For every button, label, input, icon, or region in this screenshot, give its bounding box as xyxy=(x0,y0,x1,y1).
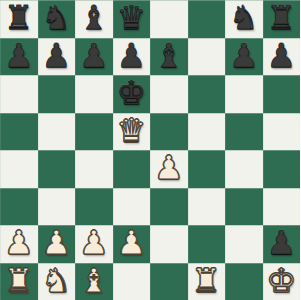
square-a5[interactable] xyxy=(0,113,38,151)
white-queen-piece[interactable]: ♛ xyxy=(116,114,146,147)
square-f4[interactable] xyxy=(188,150,226,188)
square-e5[interactable] xyxy=(150,113,188,151)
square-b3[interactable] xyxy=(38,188,76,226)
black-bishop-piece[interactable]: ♝ xyxy=(79,1,109,34)
chess-board: ♜♞♝♛♞♜♟♟♟♟♝♟♟♚♛♟♟♟♟♟♟♜♞♝♜♚ xyxy=(0,0,300,300)
white-pawn-piece[interactable]: ♟ xyxy=(79,226,109,259)
square-h2[interactable]: ♟ xyxy=(263,225,301,263)
square-a8[interactable]: ♜ xyxy=(0,0,38,38)
square-c2[interactable]: ♟ xyxy=(75,225,113,263)
square-b1[interactable]: ♞ xyxy=(38,263,76,300)
square-d6[interactable]: ♚ xyxy=(113,75,151,113)
black-pawn-piece[interactable]: ♟ xyxy=(266,39,296,72)
square-a4[interactable] xyxy=(0,150,38,188)
black-knight-piece[interactable]: ♞ xyxy=(41,1,71,34)
square-d2[interactable]: ♟ xyxy=(113,225,151,263)
black-pawn-piece[interactable]: ♟ xyxy=(229,39,259,72)
square-b7[interactable]: ♟ xyxy=(38,38,76,76)
square-f3[interactable] xyxy=(188,188,226,226)
square-e3[interactable] xyxy=(150,188,188,226)
square-c3[interactable] xyxy=(75,188,113,226)
square-a3[interactable] xyxy=(0,188,38,226)
square-b6[interactable] xyxy=(38,75,76,113)
black-rook-piece[interactable]: ♜ xyxy=(266,1,296,34)
square-g2[interactable] xyxy=(225,225,263,263)
square-f8[interactable] xyxy=(188,0,226,38)
square-d1[interactable] xyxy=(113,263,151,300)
square-c5[interactable] xyxy=(75,113,113,151)
square-f5[interactable] xyxy=(188,113,226,151)
square-c1[interactable]: ♝ xyxy=(75,263,113,300)
square-a1[interactable]: ♜ xyxy=(0,263,38,300)
square-a6[interactable] xyxy=(0,75,38,113)
square-g3[interactable] xyxy=(225,188,263,226)
white-pawn-piece[interactable]: ♟ xyxy=(154,151,184,184)
square-d8[interactable]: ♛ xyxy=(113,0,151,38)
square-f7[interactable] xyxy=(188,38,226,76)
square-c4[interactable] xyxy=(75,150,113,188)
square-a7[interactable]: ♟ xyxy=(0,38,38,76)
white-pawn-piece[interactable]: ♟ xyxy=(4,226,34,259)
square-b8[interactable]: ♞ xyxy=(38,0,76,38)
square-e2[interactable] xyxy=(150,225,188,263)
square-f6[interactable] xyxy=(188,75,226,113)
black-pawn-piece[interactable]: ♟ xyxy=(41,39,71,72)
square-h1[interactable]: ♚ xyxy=(263,263,301,300)
square-d5[interactable]: ♛ xyxy=(113,113,151,151)
square-g8[interactable]: ♞ xyxy=(225,0,263,38)
black-bishop-piece[interactable]: ♝ xyxy=(154,39,184,72)
square-d7[interactable]: ♟ xyxy=(113,38,151,76)
white-rook-piece[interactable]: ♜ xyxy=(4,264,34,297)
square-h3[interactable] xyxy=(263,188,301,226)
square-c6[interactable] xyxy=(75,75,113,113)
square-h8[interactable]: ♜ xyxy=(263,0,301,38)
white-pawn-piece[interactable]: ♟ xyxy=(41,226,71,259)
square-d3[interactable] xyxy=(113,188,151,226)
square-e4[interactable]: ♟ xyxy=(150,150,188,188)
square-g5[interactable] xyxy=(225,113,263,151)
square-e6[interactable] xyxy=(150,75,188,113)
square-d4[interactable] xyxy=(113,150,151,188)
black-king-piece[interactable]: ♚ xyxy=(116,76,146,109)
black-knight-piece[interactable]: ♞ xyxy=(229,1,259,34)
square-g4[interactable] xyxy=(225,150,263,188)
square-c7[interactable]: ♟ xyxy=(75,38,113,76)
black-queen-piece[interactable]: ♛ xyxy=(116,1,146,34)
square-e7[interactable]: ♝ xyxy=(150,38,188,76)
white-rook-piece[interactable]: ♜ xyxy=(191,264,221,297)
white-pawn-piece[interactable]: ♟ xyxy=(116,226,146,259)
square-b5[interactable] xyxy=(38,113,76,151)
black-pawn-piece[interactable]: ♟ xyxy=(4,39,34,72)
square-c8[interactable]: ♝ xyxy=(75,0,113,38)
white-bishop-piece[interactable]: ♝ xyxy=(79,264,109,297)
square-e8[interactable] xyxy=(150,0,188,38)
white-king-piece[interactable]: ♚ xyxy=(266,264,296,297)
black-pawn-piece[interactable]: ♟ xyxy=(266,226,296,259)
square-h5[interactable] xyxy=(263,113,301,151)
square-h4[interactable] xyxy=(263,150,301,188)
square-f2[interactable] xyxy=(188,225,226,263)
square-g6[interactable] xyxy=(225,75,263,113)
white-knight-piece[interactable]: ♞ xyxy=(41,264,71,297)
black-rook-piece[interactable]: ♜ xyxy=(4,1,34,34)
square-g7[interactable]: ♟ xyxy=(225,38,263,76)
black-pawn-piece[interactable]: ♟ xyxy=(116,39,146,72)
square-g1[interactable] xyxy=(225,263,263,300)
square-a2[interactable]: ♟ xyxy=(0,225,38,263)
square-h7[interactable]: ♟ xyxy=(263,38,301,76)
square-e1[interactable] xyxy=(150,263,188,300)
square-f1[interactable]: ♜ xyxy=(188,263,226,300)
square-b2[interactable]: ♟ xyxy=(38,225,76,263)
square-b4[interactable] xyxy=(38,150,76,188)
square-h6[interactable] xyxy=(263,75,301,113)
black-pawn-piece[interactable]: ♟ xyxy=(79,39,109,72)
